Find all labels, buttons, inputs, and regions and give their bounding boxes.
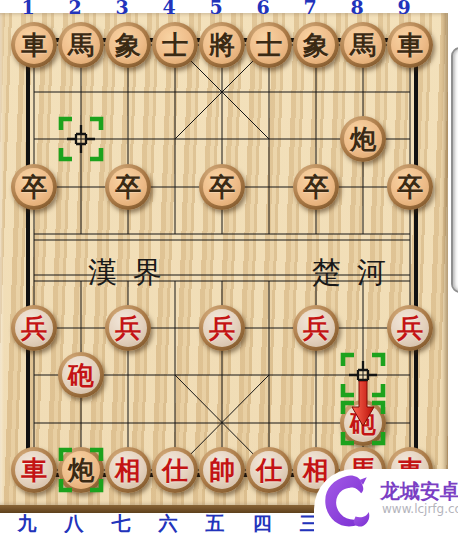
piece-red-soldier[interactable]: 兵: [199, 305, 245, 351]
piece-glyph: 兵: [391, 309, 429, 347]
piece-glyph: 車: [15, 26, 53, 64]
piece-black-advisor[interactable]: 士: [246, 22, 292, 68]
piece-glyph: 仕: [250, 451, 288, 489]
piece-red-soldier[interactable]: 兵: [11, 305, 57, 351]
piece-black-elephant[interactable]: 象: [105, 22, 151, 68]
piece-glyph: 象: [297, 26, 335, 64]
piece-black-elephant[interactable]: 象: [293, 22, 339, 68]
piece-glyph: 炮: [62, 451, 100, 489]
piece-glyph: 砲: [62, 356, 100, 394]
file-number-top-8: 8: [343, 0, 371, 18]
watermark: 龙城安卓网 www.lcjrfg.com: [314, 469, 458, 533]
piece-red-cannon[interactable]: 砲: [340, 400, 386, 446]
piece-glyph: 兵: [203, 309, 241, 347]
file-number-bottom-4: 六: [154, 511, 182, 533]
piece-glyph: 卒: [391, 168, 429, 206]
file-number-top-5: 5: [202, 0, 230, 18]
piece-black-cannon[interactable]: 炮: [340, 116, 386, 162]
river-label-right: 楚河: [312, 254, 402, 290]
file-number-top-9: 9: [390, 0, 418, 18]
piece-glyph: 卒: [203, 168, 241, 206]
file-number-bottom-3: 七: [107, 511, 135, 533]
piece-black-soldier[interactable]: 卒: [293, 164, 339, 210]
piece-black-horse[interactable]: 馬: [340, 22, 386, 68]
file-number-top-1: 1: [14, 0, 42, 18]
piece-black-chariot[interactable]: 車: [11, 22, 57, 68]
piece-glyph: 車: [15, 451, 53, 489]
piece-black-soldier[interactable]: 卒: [387, 164, 433, 210]
piece-red-soldier[interactable]: 兵: [293, 305, 339, 351]
piece-black-advisor[interactable]: 士: [152, 22, 198, 68]
file-number-bottom-1: 九: [13, 511, 41, 533]
piece-red-cannon[interactable]: 砲: [58, 352, 104, 398]
piece-black-horse[interactable]: 馬: [58, 22, 104, 68]
watermark-url: www.lcjrfg.com: [382, 502, 458, 516]
piece-glyph: 仕: [156, 451, 194, 489]
piece-red-soldier[interactable]: 兵: [105, 305, 151, 351]
piece-glyph: 象: [109, 26, 147, 64]
file-number-bottom-2: 八: [60, 511, 88, 533]
side-panel-edge: [451, 47, 458, 293]
piece-glyph: 士: [156, 26, 194, 64]
piece-glyph: 帥: [203, 451, 241, 489]
watermark-site-name: 龙城安卓网: [380, 478, 458, 505]
piece-red-chariot[interactable]: 車: [11, 447, 57, 493]
piece-black-soldier[interactable]: 卒: [105, 164, 151, 210]
file-number-top-4: 4: [155, 0, 183, 18]
piece-glyph: 卒: [297, 168, 335, 206]
piece-glyph: 炮: [344, 120, 382, 158]
piece-glyph: 卒: [109, 168, 147, 206]
piece-glyph: 車: [391, 26, 429, 64]
file-number-bottom-5: 五: [201, 511, 229, 533]
piece-glyph: 兵: [15, 309, 53, 347]
piece-black-soldier[interactable]: 卒: [199, 164, 245, 210]
piece-glyph: 士: [250, 26, 288, 64]
dragon-logo-icon: [318, 472, 378, 533]
file-number-bottom-6: 四: [248, 511, 276, 533]
piece-black-soldier[interactable]: 卒: [11, 164, 57, 210]
piece-glyph: 馬: [62, 26, 100, 64]
piece-red-elephant[interactable]: 相: [105, 447, 151, 493]
piece-glyph: 兵: [109, 309, 147, 347]
piece-red-advisor[interactable]: 仕: [246, 447, 292, 493]
file-number-top-7: 7: [296, 0, 324, 18]
piece-glyph: 將: [203, 26, 241, 64]
file-number-top-6: 6: [249, 0, 277, 18]
piece-black-chariot[interactable]: 車: [387, 22, 433, 68]
xiangqi-app-screen: 漢界 楚河 123456789 九八七六五四三二一 車馬象士將士象馬車炮卒卒卒卒…: [0, 0, 458, 533]
piece-glyph: 馬: [344, 26, 382, 64]
river-label-left: 漢界: [88, 254, 178, 290]
piece-red-advisor[interactable]: 仕: [152, 447, 198, 493]
piece-red-general[interactable]: 帥: [199, 447, 245, 493]
file-number-top-3: 3: [108, 0, 136, 18]
piece-black-general[interactable]: 將: [199, 22, 245, 68]
piece-glyph: 砲: [344, 404, 382, 442]
piece-black-cannon[interactable]: 炮: [58, 447, 104, 493]
piece-glyph: 相: [109, 451, 147, 489]
file-number-top-2: 2: [61, 0, 89, 18]
piece-glyph: 兵: [297, 309, 335, 347]
piece-red-soldier[interactable]: 兵: [387, 305, 433, 351]
piece-glyph: 卒: [15, 168, 53, 206]
